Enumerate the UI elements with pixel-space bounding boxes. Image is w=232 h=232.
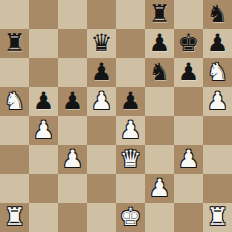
square-d4[interactable] <box>87 116 116 145</box>
square-a4[interactable] <box>0 116 29 145</box>
square-f7[interactable]: ♟ <box>145 29 174 58</box>
square-f5[interactable] <box>145 87 174 116</box>
square-g4[interactable] <box>174 116 203 145</box>
white-pawn-piece: ♟ <box>33 116 55 145</box>
square-c2[interactable] <box>58 174 87 203</box>
square-b7[interactable] <box>29 29 58 58</box>
square-a6[interactable] <box>0 58 29 87</box>
white-pawn-piece: ♟ <box>207 87 229 116</box>
square-d3[interactable] <box>87 145 116 174</box>
square-c8[interactable] <box>58 0 87 29</box>
square-f6[interactable]: ♞ <box>145 58 174 87</box>
black-king-piece: ♚ <box>178 29 200 58</box>
square-d1[interactable] <box>87 203 116 232</box>
square-f1[interactable] <box>145 203 174 232</box>
square-g6[interactable]: ♟ <box>174 58 203 87</box>
square-a3[interactable] <box>0 145 29 174</box>
square-g7[interactable]: ♚ <box>174 29 203 58</box>
square-a2[interactable] <box>0 174 29 203</box>
square-e3[interactable]: ♛ <box>116 145 145 174</box>
square-b6[interactable] <box>29 58 58 87</box>
square-a8[interactable] <box>0 0 29 29</box>
white-pawn-piece: ♟ <box>149 174 171 203</box>
square-e8[interactable] <box>116 0 145 29</box>
square-h8[interactable]: ♞ <box>203 0 232 29</box>
square-a1[interactable]: ♜ <box>0 203 29 232</box>
square-f3[interactable] <box>145 145 174 174</box>
square-d2[interactable] <box>87 174 116 203</box>
square-g2[interactable] <box>174 174 203 203</box>
square-b5[interactable]: ♟ <box>29 87 58 116</box>
square-h7[interactable]: ♟ <box>203 29 232 58</box>
square-g5[interactable] <box>174 87 203 116</box>
square-c4[interactable] <box>58 116 87 145</box>
square-d8[interactable] <box>87 0 116 29</box>
square-b4[interactable]: ♟ <box>29 116 58 145</box>
square-g8[interactable] <box>174 0 203 29</box>
square-g1[interactable] <box>174 203 203 232</box>
square-h2[interactable] <box>203 174 232 203</box>
square-d6[interactable]: ♟ <box>87 58 116 87</box>
square-g3[interactable]: ♟ <box>174 145 203 174</box>
white-pawn-piece: ♟ <box>62 145 84 174</box>
black-pawn-piece: ♟ <box>91 58 113 87</box>
square-d5[interactable]: ♟ <box>87 87 116 116</box>
white-pawn-piece: ♟ <box>91 87 113 116</box>
black-knight-piece: ♞ <box>207 0 229 29</box>
square-f4[interactable] <box>145 116 174 145</box>
square-h3[interactable] <box>203 145 232 174</box>
square-e2[interactable] <box>116 174 145 203</box>
square-e1[interactable]: ♚ <box>116 203 145 232</box>
white-knight-piece: ♞ <box>207 58 229 87</box>
black-pawn-piece: ♟ <box>62 87 84 116</box>
square-h6[interactable]: ♞ <box>203 58 232 87</box>
square-h4[interactable] <box>203 116 232 145</box>
white-rook-piece: ♜ <box>4 203 26 232</box>
square-c1[interactable] <box>58 203 87 232</box>
black-pawn-piece: ♟ <box>33 87 55 116</box>
square-a7[interactable]: ♜ <box>0 29 29 58</box>
chess-board: ♜♞♜♛♟♚♟♟♞♟♞♞♟♟♟♟♟♟♟♟♛♟♟♜♚♜ <box>0 0 232 232</box>
square-c5[interactable]: ♟ <box>58 87 87 116</box>
square-f2[interactable]: ♟ <box>145 174 174 203</box>
square-e7[interactable] <box>116 29 145 58</box>
square-e4[interactable]: ♟ <box>116 116 145 145</box>
square-c6[interactable] <box>58 58 87 87</box>
square-d7[interactable]: ♛ <box>87 29 116 58</box>
white-queen-piece: ♛ <box>120 145 142 174</box>
black-pawn-piece: ♟ <box>149 29 171 58</box>
white-rook-piece: ♜ <box>207 203 229 232</box>
square-h1[interactable]: ♜ <box>203 203 232 232</box>
black-pawn-piece: ♟ <box>178 58 200 87</box>
black-knight-piece: ♞ <box>149 58 171 87</box>
square-e5[interactable]: ♟ <box>116 87 145 116</box>
black-rook-piece: ♜ <box>4 29 26 58</box>
black-pawn-piece: ♟ <box>207 29 229 58</box>
black-rook-piece: ♜ <box>149 0 171 29</box>
square-b1[interactable] <box>29 203 58 232</box>
black-pawn-piece: ♟ <box>120 87 142 116</box>
square-h5[interactable]: ♟ <box>203 87 232 116</box>
square-b8[interactable] <box>29 0 58 29</box>
square-b3[interactable] <box>29 145 58 174</box>
black-queen-piece: ♛ <box>91 29 113 58</box>
white-knight-piece: ♞ <box>4 87 26 116</box>
square-a5[interactable]: ♞ <box>0 87 29 116</box>
white-king-piece: ♚ <box>120 203 142 232</box>
white-pawn-piece: ♟ <box>178 145 200 174</box>
white-pawn-piece: ♟ <box>120 116 142 145</box>
square-b2[interactable] <box>29 174 58 203</box>
square-c7[interactable] <box>58 29 87 58</box>
square-f8[interactable]: ♜ <box>145 0 174 29</box>
square-e6[interactable] <box>116 58 145 87</box>
square-c3[interactable]: ♟ <box>58 145 87 174</box>
